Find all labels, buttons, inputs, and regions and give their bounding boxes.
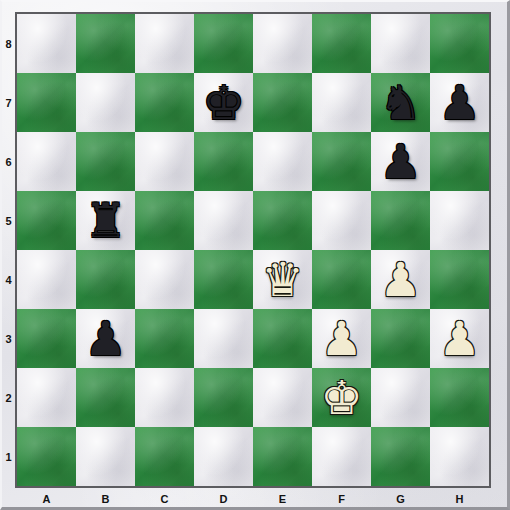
rank-label-6: 6	[2, 132, 15, 191]
square-h3[interactable]: ♟	[430, 309, 489, 368]
piece-black-pawn[interactable]: ♟	[76, 309, 135, 368]
square-d1[interactable]	[194, 427, 253, 486]
square-e8[interactable]	[253, 14, 312, 73]
board: ♚♞♟♟♜♛♟♟♟♟♚	[15, 12, 491, 488]
board-frame: 87654321 ♚♞♟♟♜♛♟♟♟♟♚ ABCDEFGH	[0, 0, 510, 510]
square-b7[interactable]	[76, 73, 135, 132]
square-f2[interactable]: ♚	[312, 368, 371, 427]
file-label-e: E	[253, 490, 312, 508]
square-h1[interactable]	[430, 427, 489, 486]
piece-white-queen[interactable]: ♛	[253, 250, 312, 309]
square-h5[interactable]	[430, 191, 489, 250]
file-label-b: B	[76, 490, 135, 508]
square-a3[interactable]	[17, 309, 76, 368]
square-d6[interactable]	[194, 132, 253, 191]
square-g7[interactable]: ♞	[371, 73, 430, 132]
square-h8[interactable]	[430, 14, 489, 73]
rank-label-3: 3	[2, 309, 15, 368]
square-a6[interactable]	[17, 132, 76, 191]
square-d5[interactable]	[194, 191, 253, 250]
square-b1[interactable]	[76, 427, 135, 486]
square-a8[interactable]	[17, 14, 76, 73]
square-f5[interactable]	[312, 191, 371, 250]
square-c4[interactable]	[135, 250, 194, 309]
square-b6[interactable]	[76, 132, 135, 191]
square-b8[interactable]	[76, 14, 135, 73]
square-c2[interactable]	[135, 368, 194, 427]
file-label-g: G	[371, 490, 430, 508]
piece-black-rook[interactable]: ♜	[76, 191, 135, 250]
square-f3[interactable]: ♟	[312, 309, 371, 368]
square-e4[interactable]: ♛	[253, 250, 312, 309]
piece-black-pawn[interactable]: ♟	[371, 132, 430, 191]
square-g6[interactable]: ♟	[371, 132, 430, 191]
square-g2[interactable]	[371, 368, 430, 427]
piece-black-knight[interactable]: ♞	[371, 73, 430, 132]
square-g5[interactable]	[371, 191, 430, 250]
rank-label-2: 2	[2, 368, 15, 427]
piece-black-king[interactable]: ♚	[194, 73, 253, 132]
square-e5[interactable]	[253, 191, 312, 250]
square-e2[interactable]	[253, 368, 312, 427]
file-label-d: D	[194, 490, 253, 508]
square-c7[interactable]	[135, 73, 194, 132]
square-g4[interactable]: ♟	[371, 250, 430, 309]
square-f7[interactable]	[312, 73, 371, 132]
square-a4[interactable]	[17, 250, 76, 309]
square-c6[interactable]	[135, 132, 194, 191]
square-g1[interactable]	[371, 427, 430, 486]
square-h7[interactable]: ♟	[430, 73, 489, 132]
square-g3[interactable]	[371, 309, 430, 368]
square-a2[interactable]	[17, 368, 76, 427]
rank-labels: 87654321	[2, 14, 15, 486]
rank-label-8: 8	[2, 14, 15, 73]
square-f8[interactable]	[312, 14, 371, 73]
square-c5[interactable]	[135, 191, 194, 250]
square-b5[interactable]: ♜	[76, 191, 135, 250]
rank-label-4: 4	[2, 250, 15, 309]
square-g8[interactable]	[371, 14, 430, 73]
square-d7[interactable]: ♚	[194, 73, 253, 132]
rank-label-7: 7	[2, 73, 15, 132]
square-b2[interactable]	[76, 368, 135, 427]
file-labels: ABCDEFGH	[17, 490, 489, 508]
square-e6[interactable]	[253, 132, 312, 191]
square-d8[interactable]	[194, 14, 253, 73]
square-h6[interactable]	[430, 132, 489, 191]
square-d4[interactable]	[194, 250, 253, 309]
square-e1[interactable]	[253, 427, 312, 486]
square-e3[interactable]	[253, 309, 312, 368]
square-a5[interactable]	[17, 191, 76, 250]
square-h2[interactable]	[430, 368, 489, 427]
square-c1[interactable]	[135, 427, 194, 486]
file-label-c: C	[135, 490, 194, 508]
square-f4[interactable]	[312, 250, 371, 309]
square-b4[interactable]	[76, 250, 135, 309]
square-h4[interactable]	[430, 250, 489, 309]
square-d3[interactable]	[194, 309, 253, 368]
rank-label-1: 1	[2, 427, 15, 486]
square-d2[interactable]	[194, 368, 253, 427]
piece-white-pawn[interactable]: ♟	[312, 309, 371, 368]
square-f6[interactable]	[312, 132, 371, 191]
square-e7[interactable]	[253, 73, 312, 132]
square-b3[interactable]: ♟	[76, 309, 135, 368]
file-label-a: A	[17, 490, 76, 508]
rank-label-5: 5	[2, 191, 15, 250]
square-c3[interactable]	[135, 309, 194, 368]
square-f1[interactable]	[312, 427, 371, 486]
piece-white-pawn[interactable]: ♟	[371, 250, 430, 309]
square-c8[interactable]	[135, 14, 194, 73]
piece-white-king[interactable]: ♚	[312, 368, 371, 427]
square-a7[interactable]	[17, 73, 76, 132]
piece-black-pawn[interactable]: ♟	[430, 73, 489, 132]
square-a1[interactable]	[17, 427, 76, 486]
file-label-f: F	[312, 490, 371, 508]
file-label-h: H	[430, 490, 489, 508]
piece-white-pawn[interactable]: ♟	[430, 309, 489, 368]
